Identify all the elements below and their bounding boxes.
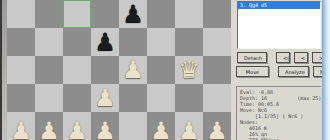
board-square[interactable] (203, 56, 231, 84)
white-pawn[interactable]: ♟ (91, 117, 119, 140)
board-square[interactable] (35, 28, 63, 56)
nav-first-button[interactable]: <| (276, 52, 290, 63)
board-square[interactable] (147, 56, 175, 84)
detach-button[interactable]: Detach (237, 52, 267, 63)
board-square[interactable]: ♟ (119, 0, 147, 28)
board-square[interactable]: ♟ (147, 112, 175, 140)
board-square[interactable] (119, 28, 147, 56)
board-square[interactable] (175, 84, 203, 112)
board-square[interactable] (7, 28, 35, 56)
engine-output: Eval: -0.88 Depth: 16 (max 25) Time: 00:… (236, 86, 321, 140)
move-list-selected-entry[interactable]: 3. Qg4 d5 (238, 2, 320, 9)
board-square[interactable] (119, 112, 147, 140)
board-square[interactable]: ♟ (35, 112, 63, 140)
board-square[interactable] (203, 0, 231, 28)
board-square[interactable] (147, 0, 175, 28)
move-button[interactable]: Move (236, 66, 269, 77)
analysis-panel: 3. Qg4 d5 Detach <| < > >| Move Analyze … (231, 0, 322, 140)
chess-board[interactable]: ♟♟♟♛♟♟♟♟♟♟♟♟ (7, 0, 231, 140)
board-square[interactable] (35, 56, 63, 84)
board-square[interactable] (7, 84, 35, 112)
white-pawn[interactable]: ♟ (147, 117, 175, 140)
engine-nps: 708 KN/sec (237, 137, 321, 140)
board-square[interactable] (203, 84, 231, 112)
board-square[interactable] (35, 0, 63, 28)
board-square[interactable] (119, 84, 147, 112)
white-pawn[interactable]: ♟ (35, 117, 63, 140)
board-square[interactable] (91, 56, 119, 84)
board-square[interactable]: ♟ (91, 84, 119, 112)
board-square[interactable] (63, 56, 91, 84)
board-square[interactable] (63, 84, 91, 112)
board-square[interactable] (7, 0, 35, 28)
white-pawn[interactable]: ♟ (63, 117, 91, 140)
white-queen[interactable]: ♛ (175, 56, 203, 84)
board-square[interactable]: ♟ (119, 56, 147, 84)
board-square[interactable] (175, 28, 203, 56)
board-square[interactable]: ♟ (7, 112, 35, 140)
black-pawn[interactable]: ♟ (91, 28, 119, 56)
board-square[interactable]: ♟ (91, 112, 119, 140)
board-square[interactable]: ♛ (175, 56, 203, 84)
board-square[interactable] (147, 84, 175, 112)
window-right-edge (322, 0, 330, 140)
board-square[interactable]: ♟ (175, 112, 203, 140)
white-pawn[interactable]: ♟ (7, 117, 35, 140)
board-square[interactable] (203, 28, 231, 56)
board-square[interactable] (147, 28, 175, 56)
chess-analysis-window: ♟♟♟♛♟♟♟♟♟♟♟♟ 3. Qg4 d5 Detach <| < > >| … (0, 0, 330, 140)
analyze-button[interactable]: Analyze (278, 66, 309, 77)
white-pawn[interactable]: ♟ (203, 117, 231, 140)
nav-back-button[interactable]: < (294, 52, 308, 63)
white-pawn[interactable]: ♟ (175, 117, 203, 140)
board-square[interactable]: ♟ (63, 112, 91, 140)
board-square[interactable] (7, 56, 35, 84)
white-pawn[interactable]: ♟ (91, 84, 119, 112)
board-square[interactable] (91, 0, 119, 28)
highlighted-square-c6[interactable] (63, 0, 91, 28)
board-square[interactable] (175, 0, 203, 28)
board-square[interactable] (35, 84, 63, 112)
move-list[interactable]: 3. Qg4 d5 (237, 1, 321, 49)
white-pawn[interactable]: ♟ (119, 56, 147, 84)
black-pawn[interactable]: ♟ (119, 0, 147, 28)
board-square[interactable] (63, 28, 91, 56)
board-square[interactable]: ♟ (91, 28, 119, 56)
board-square[interactable]: ♟ (203, 112, 231, 140)
